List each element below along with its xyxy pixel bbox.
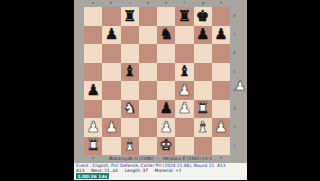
white-rook-a1: ♜ xyxy=(86,138,99,153)
video-frame: abcdefgh ♜♜♚♟♞♟♟♝♝♟♟♞♟♟♜♟♟♟♝♟♜♝♚ abcdefg… xyxy=(0,0,320,180)
square-d3 xyxy=(139,100,157,119)
file-label-h: h xyxy=(215,1,226,5)
file-label-e: e xyxy=(161,1,172,5)
file-label-f: f xyxy=(179,1,190,5)
black-pawn-b7: ♟ xyxy=(105,27,118,42)
square-d8 xyxy=(139,7,157,26)
black-pawn-g7: ♟ xyxy=(196,27,209,42)
square-f6 xyxy=(175,44,193,63)
square-h1 xyxy=(212,137,230,156)
white-pawn-f3: ♟ xyxy=(178,101,191,116)
square-e8 xyxy=(157,7,175,26)
square-a8 xyxy=(84,7,102,26)
white-pawn-a2: ♟ xyxy=(86,120,99,135)
square-d4 xyxy=(139,81,157,100)
white-knight-c3: ♞ xyxy=(123,101,136,116)
square-f1 xyxy=(175,137,193,156)
file-label-g: g xyxy=(197,1,208,5)
white-pawn-f4: ♟ xyxy=(178,83,191,98)
square-c2 xyxy=(121,118,139,137)
rank-label-8: 8 xyxy=(232,11,236,22)
square-h5 xyxy=(212,63,230,82)
square-d1 xyxy=(139,137,157,156)
square-e4 xyxy=(157,81,175,100)
rank-label-7: 7 xyxy=(232,29,236,40)
rank-label-3: 3 xyxy=(232,103,236,114)
square-c8: ♜ xyxy=(121,7,139,26)
square-e5 xyxy=(157,63,175,82)
square-a3 xyxy=(84,100,102,119)
square-h4 xyxy=(212,81,230,100)
square-b7: ♟ xyxy=(102,26,120,45)
square-b6 xyxy=(102,44,120,63)
square-b8 xyxy=(102,7,120,26)
material-indicator: ♟ xyxy=(233,77,247,93)
black-king-g8: ♚ xyxy=(196,9,209,24)
square-g4 xyxy=(194,81,212,100)
square-g7: ♟ xyxy=(194,26,212,45)
square-b4 xyxy=(102,81,120,100)
file-label-d: d xyxy=(142,1,153,5)
white-pawn-e2: ♟ xyxy=(159,120,172,135)
white-pawn-b2: ♟ xyxy=(105,120,118,135)
black-bishop-c5: ♝ xyxy=(123,64,136,79)
file-label-b: b xyxy=(106,1,117,5)
clock-badge: 1:00:36 14s xyxy=(76,173,109,179)
square-c4 xyxy=(121,81,139,100)
square-f2 xyxy=(175,118,193,137)
square-g5 xyxy=(194,63,212,82)
white-pawn-icon: ♟ xyxy=(234,79,246,92)
square-h6 xyxy=(212,44,230,63)
square-a7 xyxy=(84,26,102,45)
square-a1: ♜ xyxy=(84,137,102,156)
square-f3: ♟ xyxy=(175,100,193,119)
rank-label-6: 6 xyxy=(232,48,236,59)
square-b2: ♟ xyxy=(102,118,120,137)
white-bishop-g2: ♝ xyxy=(196,120,209,135)
square-e6 xyxy=(157,44,175,63)
square-g3: ♜ xyxy=(194,100,212,119)
square-g8: ♚ xyxy=(194,7,212,26)
square-a4: ♟ xyxy=(84,81,102,100)
square-b5 xyxy=(102,63,120,82)
footer-strip: Event : English, Pirc Defense, Carter PH… xyxy=(74,163,247,181)
white-pawn-h2: ♟ xyxy=(214,120,227,135)
white-king-e1: ♚ xyxy=(159,138,172,153)
square-c7 xyxy=(121,26,139,45)
square-d7 xyxy=(139,26,157,45)
square-g2: ♝ xyxy=(194,118,212,137)
square-f7 xyxy=(175,26,193,45)
square-c3: ♞ xyxy=(121,100,139,119)
black-pawn-e3: ♟ xyxy=(159,101,172,116)
square-c5: ♝ xyxy=(121,63,139,82)
square-d2 xyxy=(139,118,157,137)
square-b1 xyxy=(102,137,120,156)
rank-label-2: 2 xyxy=(232,122,236,133)
black-bishop-f5: ♝ xyxy=(178,64,191,79)
square-b3 xyxy=(102,100,120,119)
square-h8 xyxy=(212,7,230,26)
black-rook-c8: ♜ xyxy=(123,9,136,24)
square-c6 xyxy=(121,44,139,63)
square-f8: ♜ xyxy=(175,7,193,26)
rank-label-1: 1 xyxy=(232,140,236,151)
file-label-c: c xyxy=(124,1,135,5)
players-line: Ardiansyah H (2440) -- Handoko E (2465) … xyxy=(98,156,223,161)
square-a2: ♟ xyxy=(84,118,102,137)
black-knight-e7: ♞ xyxy=(159,27,172,42)
white-bishop-c1: ♝ xyxy=(123,138,136,153)
square-a6 xyxy=(84,44,102,63)
black-pawn-a4: ♟ xyxy=(86,83,99,98)
square-f5: ♝ xyxy=(175,63,193,82)
file-label-a: a xyxy=(88,156,99,160)
black-rook-f8: ♜ xyxy=(178,9,191,24)
square-e2: ♟ xyxy=(157,118,175,137)
square-g1 xyxy=(194,137,212,156)
square-e1: ♚ xyxy=(157,137,175,156)
file-label-a: a xyxy=(88,1,99,5)
square-e7: ♞ xyxy=(157,26,175,45)
rank-label-5: 5 xyxy=(232,66,236,77)
square-f4: ♟ xyxy=(175,81,193,100)
square-h3 xyxy=(212,100,230,119)
square-e3: ♟ xyxy=(157,100,175,119)
square-h7: ♟ xyxy=(212,26,230,45)
file-labels-top: abcdefgh xyxy=(84,0,230,6)
black-pawn-h7: ♟ xyxy=(214,27,227,42)
square-c1: ♝ xyxy=(121,137,139,156)
chess-board: ♜♜♚♟♞♟♟♝♝♟♟♞♟♟♜♟♟♟♝♟♜♝♚ xyxy=(84,7,230,155)
square-g6 xyxy=(194,44,212,63)
square-d6 xyxy=(139,44,157,63)
white-rook-g3: ♜ xyxy=(196,101,209,116)
square-h2: ♟ xyxy=(212,118,230,137)
square-d5 xyxy=(139,63,157,82)
square-a5 xyxy=(84,63,102,82)
